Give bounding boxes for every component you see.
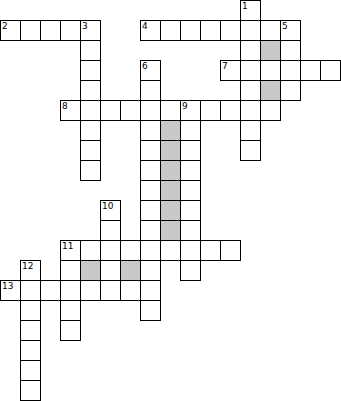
cell[interactable] xyxy=(140,120,161,141)
highlighted-cell[interactable] xyxy=(260,40,281,61)
cell[interactable] xyxy=(60,320,81,341)
cell[interactable] xyxy=(140,80,161,101)
cell[interactable] xyxy=(80,280,101,301)
cell[interactable] xyxy=(240,140,261,161)
cell[interactable] xyxy=(240,80,261,101)
cell[interactable] xyxy=(320,60,341,81)
highlighted-cell[interactable] xyxy=(160,220,181,241)
clue-number: 9 xyxy=(182,101,188,111)
cell[interactable] xyxy=(60,300,81,321)
cell[interactable] xyxy=(140,140,161,161)
cell[interactable] xyxy=(180,20,201,41)
cell[interactable] xyxy=(140,220,161,241)
cell[interactable] xyxy=(180,180,201,201)
clue-number: 1 xyxy=(242,1,248,11)
cell[interactable] xyxy=(300,60,321,81)
cell[interactable] xyxy=(200,100,221,121)
highlighted-cell[interactable] xyxy=(80,260,101,281)
cell[interactable]: 6 xyxy=(140,60,161,81)
cell[interactable] xyxy=(140,180,161,201)
cell[interactable] xyxy=(20,360,41,381)
cell[interactable] xyxy=(180,140,201,161)
cell[interactable] xyxy=(80,240,101,261)
cell[interactable] xyxy=(140,240,161,261)
cell[interactable] xyxy=(140,300,161,321)
clue-number: 4 xyxy=(142,21,148,31)
cell[interactable] xyxy=(180,200,201,221)
highlighted-cell[interactable] xyxy=(160,160,181,181)
cell[interactable] xyxy=(100,260,121,281)
clue-number: 5 xyxy=(282,21,288,31)
cell[interactable] xyxy=(260,60,281,81)
cell[interactable] xyxy=(100,240,121,261)
cell[interactable] xyxy=(180,120,201,141)
cell[interactable] xyxy=(60,260,81,281)
cell[interactable] xyxy=(140,200,161,221)
cell[interactable] xyxy=(60,280,81,301)
cell[interactable] xyxy=(180,260,201,281)
cell[interactable] xyxy=(20,280,41,301)
cell[interactable] xyxy=(100,220,121,241)
cell[interactable] xyxy=(80,120,101,141)
cell[interactable] xyxy=(80,60,101,81)
clue-number: 11 xyxy=(62,241,73,251)
cell[interactable] xyxy=(280,60,301,81)
cell[interactable] xyxy=(120,280,141,301)
cell[interactable]: 11 xyxy=(60,240,81,261)
cell[interactable] xyxy=(100,280,121,301)
cell[interactable] xyxy=(160,100,181,121)
cell[interactable] xyxy=(180,220,201,241)
clue-number: 12 xyxy=(22,261,33,271)
clue-number: 8 xyxy=(62,101,68,111)
cell[interactable] xyxy=(180,160,201,181)
cell[interactable] xyxy=(140,280,161,301)
clue-number: 7 xyxy=(222,61,228,71)
highlighted-cell[interactable] xyxy=(120,260,141,281)
cell[interactable]: 9 xyxy=(180,100,201,121)
cell[interactable]: 12 xyxy=(20,260,41,281)
cell[interactable]: 1 xyxy=(240,0,261,21)
highlighted-cell[interactable] xyxy=(160,200,181,221)
cell[interactable] xyxy=(200,240,221,261)
cell[interactable] xyxy=(80,160,101,181)
cell[interactable] xyxy=(20,340,41,361)
cell[interactable]: 5 xyxy=(280,20,301,41)
highlighted-cell[interactable] xyxy=(160,180,181,201)
cell[interactable] xyxy=(20,300,41,321)
cell[interactable] xyxy=(20,320,41,341)
cell[interactable] xyxy=(80,100,101,121)
highlighted-cell[interactable] xyxy=(160,120,181,141)
clue-number: 3 xyxy=(82,21,88,31)
cell[interactable] xyxy=(80,40,101,61)
cell[interactable] xyxy=(240,40,261,61)
cell[interactable] xyxy=(100,100,121,121)
cell[interactable] xyxy=(120,240,141,261)
cell[interactable] xyxy=(20,380,41,401)
cell[interactable] xyxy=(200,20,221,41)
cell[interactable]: 4 xyxy=(140,20,161,41)
cell[interactable] xyxy=(40,20,61,41)
highlighted-cell[interactable] xyxy=(160,140,181,161)
cell[interactable] xyxy=(20,20,41,41)
cell[interactable]: 2 xyxy=(0,20,21,41)
cell[interactable] xyxy=(180,240,201,261)
clue-number: 13 xyxy=(2,281,13,291)
cell[interactable] xyxy=(140,160,161,181)
cell[interactable] xyxy=(160,20,181,41)
cell[interactable] xyxy=(80,80,101,101)
cell[interactable] xyxy=(40,280,61,301)
cell[interactable]: 10 xyxy=(100,200,121,221)
cell[interactable] xyxy=(240,120,261,141)
cell[interactable] xyxy=(260,100,281,121)
cell[interactable] xyxy=(80,140,101,161)
cell[interactable] xyxy=(220,100,241,121)
cell[interactable] xyxy=(140,260,161,281)
cell[interactable] xyxy=(60,20,81,41)
cell[interactable] xyxy=(280,40,301,61)
clue-number: 2 xyxy=(2,21,8,31)
clue-number: 6 xyxy=(142,61,148,71)
highlighted-cell[interactable] xyxy=(260,80,281,101)
cell[interactable]: 3 xyxy=(80,20,101,41)
cell[interactable] xyxy=(240,20,261,41)
cell[interactable] xyxy=(120,100,141,121)
cell[interactable]: 13 xyxy=(0,280,21,301)
cell[interactable] xyxy=(220,20,241,41)
cell[interactable] xyxy=(240,60,261,81)
crossword-board: 12345678910111213 xyxy=(0,0,341,401)
cell[interactable] xyxy=(160,240,181,261)
cell[interactable] xyxy=(240,100,261,121)
cell[interactable]: 8 xyxy=(60,100,81,121)
cell[interactable] xyxy=(140,100,161,121)
cell[interactable]: 7 xyxy=(220,60,241,81)
cell[interactable] xyxy=(260,20,281,41)
cell[interactable] xyxy=(220,240,241,261)
clue-number: 10 xyxy=(102,201,113,211)
cell[interactable] xyxy=(280,80,301,101)
